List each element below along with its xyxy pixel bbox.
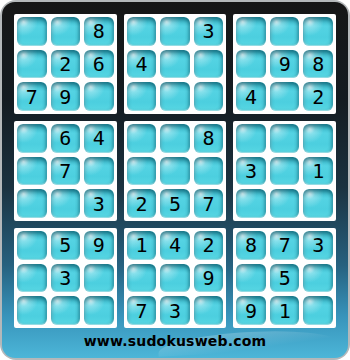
sudoku-cell-r8c2[interactable]: 3	[51, 264, 81, 293]
sudoku-box-3: 9842	[233, 14, 336, 114]
sudoku-cell-r4c2[interactable]: 6	[51, 124, 81, 153]
sudoku-cell-r9c6[interactable]	[194, 296, 224, 325]
sudoku-cell-r6c3[interactable]: 3	[84, 189, 114, 218]
sudoku-cell-r6c5[interactable]: 5	[160, 189, 190, 218]
sudoku-cell-r9c2[interactable]	[51, 296, 81, 325]
sudoku-cell-r5c9[interactable]: 1	[303, 157, 333, 186]
sudoku-cell-r5c5[interactable]	[160, 157, 190, 186]
sudoku-cell-r5c6[interactable]	[194, 157, 224, 186]
sudoku-cell-r4c7[interactable]	[236, 124, 266, 153]
sudoku-box-9: 873591	[233, 228, 336, 328]
sudoku-cell-r2c4[interactable]: 4	[127, 50, 157, 79]
sudoku-cell-r2c2[interactable]: 2	[51, 50, 81, 79]
sudoku-cell-r9c5[interactable]: 3	[160, 296, 190, 325]
sudoku-cell-r8c7[interactable]	[236, 264, 266, 293]
sudoku-cell-r7c6[interactable]: 2	[194, 231, 224, 260]
sudoku-box-6: 31	[233, 121, 336, 221]
sudoku-cell-r4c6[interactable]: 8	[194, 124, 224, 153]
sudoku-cell-r1c4[interactable]	[127, 17, 157, 46]
sudoku-cell-r4c3[interactable]: 4	[84, 124, 114, 153]
sudoku-cell-r8c8[interactable]: 5	[270, 264, 300, 293]
sudoku-cell-r9c3[interactable]	[84, 296, 114, 325]
sudoku-cell-r8c5[interactable]	[160, 264, 190, 293]
sudoku-cell-r3c2[interactable]: 9	[51, 82, 81, 111]
site-watermark: www.sudokusweb.com	[14, 328, 336, 354]
sudoku-cell-r6c8[interactable]	[270, 189, 300, 218]
sudoku-widget: 826793498426473825731593142973873591 www…	[0, 0, 350, 360]
sudoku-cell-r3c6[interactable]	[194, 82, 224, 111]
sudoku-cell-r2c9[interactable]: 8	[303, 50, 333, 79]
sudoku-cell-r5c4[interactable]	[127, 157, 157, 186]
sudoku-cell-r7c8[interactable]: 7	[270, 231, 300, 260]
sudoku-cell-r9c4[interactable]: 7	[127, 296, 157, 325]
sudoku-cell-r1c3[interactable]: 8	[84, 17, 114, 46]
sudoku-cell-r1c1[interactable]	[17, 17, 47, 46]
sudoku-cell-r3c1[interactable]: 7	[17, 82, 47, 111]
sudoku-cell-r7c4[interactable]: 1	[127, 231, 157, 260]
sudoku-cell-r1c9[interactable]	[303, 17, 333, 46]
sudoku-cell-r9c8[interactable]: 1	[270, 296, 300, 325]
sudoku-cell-r8c6[interactable]: 9	[194, 264, 224, 293]
sudoku-cell-r7c2[interactable]: 5	[51, 231, 81, 260]
sudoku-cell-r8c1[interactable]	[17, 264, 47, 293]
sudoku-cell-r1c5[interactable]	[160, 17, 190, 46]
sudoku-cell-r6c9[interactable]	[303, 189, 333, 218]
sudoku-cell-r4c9[interactable]	[303, 124, 333, 153]
sudoku-cell-r9c9[interactable]	[303, 296, 333, 325]
sudoku-box-8: 142973	[124, 228, 227, 328]
sudoku-cell-r4c5[interactable]	[160, 124, 190, 153]
sudoku-cell-r4c1[interactable]	[17, 124, 47, 153]
sudoku-cell-r3c4[interactable]	[127, 82, 157, 111]
sudoku-box-4: 6473	[14, 121, 117, 221]
sudoku-cell-r3c8[interactable]	[270, 82, 300, 111]
sudoku-cell-r7c7[interactable]: 8	[236, 231, 266, 260]
sudoku-cell-r3c7[interactable]: 4	[236, 82, 266, 111]
sudoku-box-2: 34	[124, 14, 227, 114]
sudoku-cell-r9c7[interactable]: 9	[236, 296, 266, 325]
sudoku-cell-r7c1[interactable]	[17, 231, 47, 260]
sudoku-board: 826793498426473825731593142973873591	[14, 14, 336, 328]
sudoku-cell-r6c7[interactable]	[236, 189, 266, 218]
sudoku-cell-r1c8[interactable]	[270, 17, 300, 46]
sudoku-cell-r8c4[interactable]	[127, 264, 157, 293]
sudoku-cell-r5c7[interactable]: 3	[236, 157, 266, 186]
sudoku-box-7: 593	[14, 228, 117, 328]
sudoku-cell-r9c1[interactable]	[17, 296, 47, 325]
sudoku-cell-r1c7[interactable]	[236, 17, 266, 46]
sudoku-cell-r5c3[interactable]	[84, 157, 114, 186]
sudoku-cell-r4c8[interactable]	[270, 124, 300, 153]
sudoku-cell-r8c3[interactable]	[84, 264, 114, 293]
sudoku-cell-r5c2[interactable]: 7	[51, 157, 81, 186]
sudoku-cell-r4c4[interactable]	[127, 124, 157, 153]
sudoku-cell-r7c3[interactable]: 9	[84, 231, 114, 260]
sudoku-cell-r6c2[interactable]	[51, 189, 81, 218]
sudoku-cell-r7c5[interactable]: 4	[160, 231, 190, 260]
sudoku-cell-r3c9[interactable]: 2	[303, 82, 333, 111]
sudoku-box-5: 8257	[124, 121, 227, 221]
sudoku-cell-r2c7[interactable]	[236, 50, 266, 79]
sudoku-cell-r1c2[interactable]	[51, 17, 81, 46]
sudoku-cell-r2c1[interactable]	[17, 50, 47, 79]
sudoku-cell-r5c1[interactable]	[17, 157, 47, 186]
sudoku-cell-r2c5[interactable]	[160, 50, 190, 79]
sudoku-cell-r3c3[interactable]	[84, 82, 114, 111]
sudoku-cell-r1c6[interactable]: 3	[194, 17, 224, 46]
sudoku-cell-r5c8[interactable]	[270, 157, 300, 186]
sudoku-cell-r3c5[interactable]	[160, 82, 190, 111]
sudoku-cell-r6c4[interactable]: 2	[127, 189, 157, 218]
sudoku-cell-r8c9[interactable]	[303, 264, 333, 293]
sudoku-cell-r2c8[interactable]: 9	[270, 50, 300, 79]
sudoku-cell-r2c3[interactable]: 6	[84, 50, 114, 79]
sudoku-cell-r6c1[interactable]	[17, 189, 47, 218]
sudoku-cell-r2c6[interactable]	[194, 50, 224, 79]
sudoku-cell-r6c6[interactable]: 7	[194, 189, 224, 218]
sudoku-cell-r7c9[interactable]: 3	[303, 231, 333, 260]
sudoku-box-1: 82679	[14, 14, 117, 114]
